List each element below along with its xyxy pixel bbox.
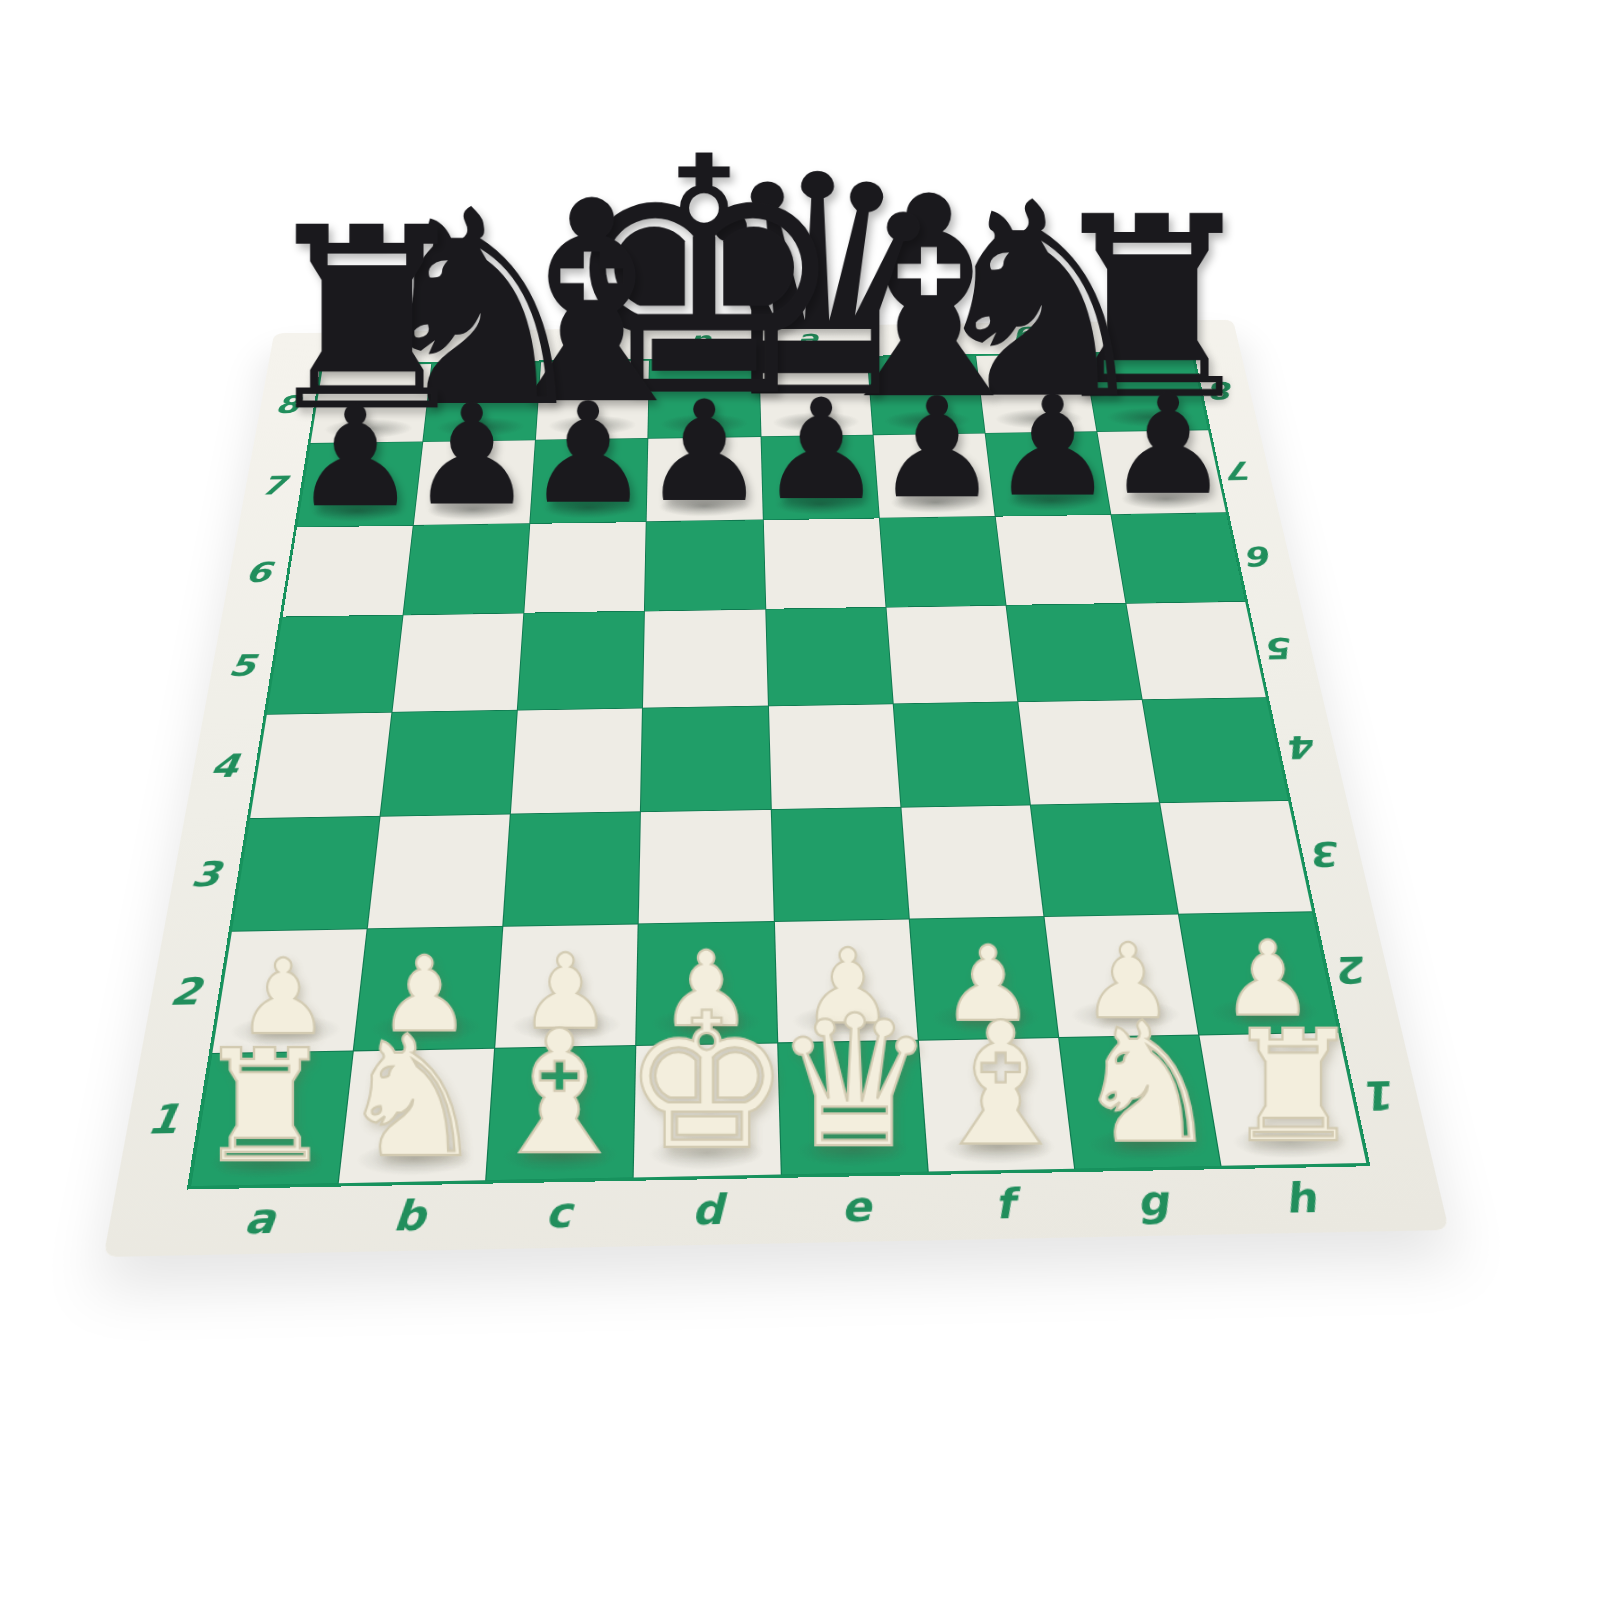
file-label-bottom-e: e [781, 1175, 932, 1239]
black-pawn-e7: ♟ [758, 384, 883, 516]
square-h1: ♜ [1199, 1033, 1366, 1166]
white-king-d1: ♚ [623, 993, 791, 1172]
square-f1: ♝ [919, 1038, 1074, 1172]
square-a7: ♟ [297, 442, 422, 527]
square-e4 [768, 704, 900, 809]
square-b3 [368, 814, 510, 928]
white-knight-g1: ♞ [1072, 1005, 1221, 1163]
file-label-bottom-a: a [180, 1187, 338, 1251]
square-f6 [880, 517, 1006, 607]
square-d4 [641, 706, 770, 811]
white-rook-a1: ♜ [195, 1033, 334, 1181]
square-f4 [893, 702, 1029, 807]
square-e3 [771, 807, 908, 920]
white-knight-b1: ♞ [338, 1019, 488, 1178]
square-d6 [645, 520, 765, 611]
square-c6 [525, 522, 647, 613]
file-label-top-g: g [971, 323, 1082, 353]
file-label-bottom-h: h [1221, 1166, 1380, 1229]
rank-label-left-5: 5 [209, 617, 275, 714]
rank-label-left-6: 6 [226, 528, 289, 619]
white-bishop-f1: ♝ [924, 1004, 1076, 1166]
square-c3 [504, 812, 641, 926]
square-c7: ♟ [531, 439, 648, 524]
black-pawn-a7: ♟ [293, 391, 418, 524]
square-d3 [639, 810, 773, 924]
square-f3 [901, 805, 1043, 918]
square-b4 [381, 710, 517, 815]
black-pawn-d7: ♟ [642, 386, 767, 518]
square-c1: ♝ [487, 1046, 636, 1180]
file-label-top-c: c [541, 329, 650, 359]
square-e6 [763, 519, 885, 609]
square-a3 [232, 816, 380, 930]
square-h6 [1111, 513, 1245, 603]
white-queen-e1: ♛ [772, 996, 935, 1169]
product-photo-canvas: abcdefgh abcdefgh 87654321 87654321 ♜♞♝♚… [0, 0, 1600, 1600]
square-f7: ♟ [873, 434, 994, 518]
square-g4 [1018, 700, 1159, 805]
square-b1: ♞ [339, 1049, 494, 1184]
chess-board-grid: ♜♞♝♚♛♝♞♜♟♟♟♟♟♟♟♟♟♟♟♟♟♟♟♟♜♞♝♚♛♝♞♜ [187, 351, 1371, 1190]
square-h4 [1143, 698, 1288, 802]
square-h5 [1126, 602, 1265, 699]
black-pawn-b7: ♟ [409, 389, 534, 521]
black-pawn-g7: ♟ [990, 380, 1115, 512]
square-g1: ♞ [1059, 1035, 1220, 1168]
square-a6 [283, 526, 413, 617]
square-h7: ♟ [1097, 430, 1226, 514]
file-label-bottom-f: f [928, 1172, 1082, 1236]
square-d1: ♚ [634, 1043, 780, 1177]
file-label-bottom-b: b [331, 1184, 486, 1248]
file-label-bottom-d: d [632, 1178, 782, 1242]
square-c5 [518, 612, 644, 710]
file-label-top-e: e [758, 326, 867, 356]
file-label-top-a: a [324, 332, 436, 362]
square-h3 [1160, 801, 1312, 914]
square-b6 [404, 524, 530, 615]
square-g5 [1006, 604, 1141, 701]
square-a4 [250, 712, 391, 818]
square-c4 [511, 708, 642, 813]
file-label-bottom-c: c [482, 1181, 634, 1245]
file-label-bottom-g: g [1074, 1169, 1231, 1233]
file-label-top-h: h [1078, 322, 1191, 352]
file-label-top-f: f [865, 325, 975, 355]
file-label-top-d: d [650, 328, 758, 358]
black-pawn-c7: ♟ [526, 387, 651, 519]
perspective-scene: abcdefgh abcdefgh 87654321 87654321 ♜♞♝♚… [103, 320, 1449, 1257]
square-b5 [393, 614, 524, 712]
square-a1: ♜ [191, 1051, 353, 1186]
square-f5 [886, 606, 1017, 703]
square-e5 [766, 608, 892, 705]
chess-mat: abcdefgh abcdefgh 87654321 87654321 ♜♞♝♚… [103, 320, 1449, 1257]
square-g6 [996, 515, 1126, 605]
square-g3 [1031, 803, 1178, 916]
file-label-top-b: b [432, 331, 543, 361]
square-a5 [267, 616, 403, 714]
square-e1: ♛ [778, 1041, 927, 1175]
square-g7: ♟ [985, 432, 1110, 516]
black-pawn-f7: ♟ [874, 382, 999, 514]
square-b7: ♟ [414, 440, 535, 525]
square-d7: ♟ [647, 437, 762, 521]
white-rook-h1: ♜ [1224, 1013, 1363, 1160]
square-e7: ♟ [761, 435, 878, 519]
square-d5 [643, 610, 767, 707]
white-bishop-c1: ♝ [484, 1012, 637, 1174]
